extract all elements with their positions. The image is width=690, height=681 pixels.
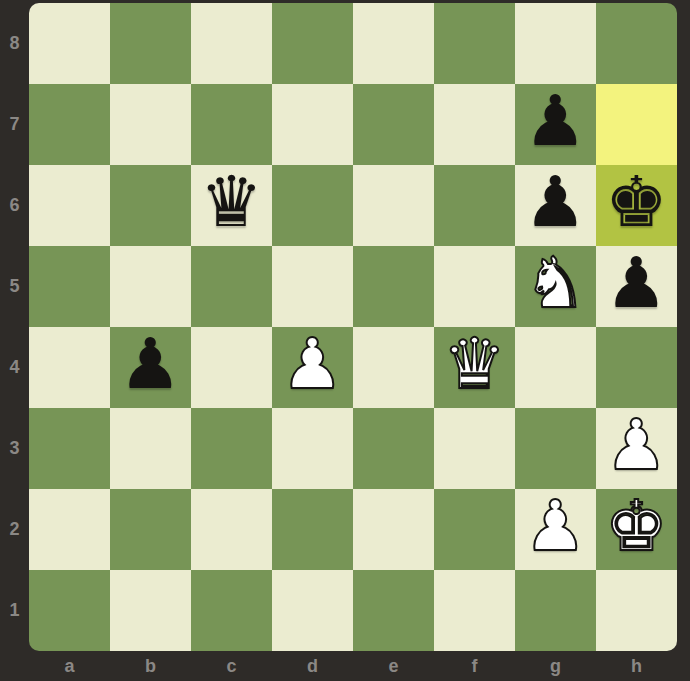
square-h1[interactable] <box>596 570 677 651</box>
file-label-h: h <box>631 656 642 677</box>
rank-labels: 87654321 <box>0 3 29 651</box>
square-b2[interactable] <box>110 489 191 570</box>
file-label-a: a <box>64 656 74 677</box>
square-a3[interactable] <box>29 408 110 489</box>
square-b5[interactable] <box>110 246 191 327</box>
square-f4[interactable]: ♛ <box>434 327 515 408</box>
file-label-d: d <box>307 656 318 677</box>
white-pawn-g2[interactable]: ♟ <box>524 486 587 567</box>
square-d5[interactable] <box>272 246 353 327</box>
square-c5[interactable] <box>191 246 272 327</box>
white-pawn-d4[interactable]: ♟ <box>281 324 344 405</box>
square-h6[interactable]: ♚ <box>596 165 677 246</box>
square-d4[interactable]: ♟ <box>272 327 353 408</box>
square-h2[interactable]: ♚ <box>596 489 677 570</box>
square-b8[interactable] <box>110 3 191 84</box>
square-f1[interactable] <box>434 570 515 651</box>
square-d1[interactable] <box>272 570 353 651</box>
square-h7[interactable] <box>596 84 677 165</box>
square-c6[interactable]: ♛ <box>191 165 272 246</box>
black-pawn-g7[interactable]: ♟ <box>524 81 587 162</box>
square-c8[interactable] <box>191 3 272 84</box>
black-pawn-h5[interactable]: ♟ <box>605 243 668 324</box>
rank-label-8: 8 <box>9 33 19 54</box>
rank-label-7: 7 <box>9 114 19 135</box>
file-labels: abcdefgh <box>29 651 677 681</box>
square-c2[interactable] <box>191 489 272 570</box>
square-a2[interactable] <box>29 489 110 570</box>
square-b6[interactable] <box>110 165 191 246</box>
square-g7[interactable]: ♟ <box>515 84 596 165</box>
square-d7[interactable] <box>272 84 353 165</box>
square-d6[interactable] <box>272 165 353 246</box>
square-d8[interactable] <box>272 3 353 84</box>
rank-label-1: 1 <box>9 600 19 621</box>
square-f2[interactable] <box>434 489 515 570</box>
black-pawn-b4[interactable]: ♟ <box>119 324 182 405</box>
square-b7[interactable] <box>110 84 191 165</box>
square-d3[interactable] <box>272 408 353 489</box>
square-g5[interactable]: ♞ <box>515 246 596 327</box>
square-a7[interactable] <box>29 84 110 165</box>
square-e2[interactable] <box>353 489 434 570</box>
rank-label-3: 3 <box>9 438 19 459</box>
white-pawn-h3[interactable]: ♟ <box>605 405 668 486</box>
square-f6[interactable] <box>434 165 515 246</box>
square-f5[interactable] <box>434 246 515 327</box>
square-a5[interactable] <box>29 246 110 327</box>
white-queen-f4[interactable]: ♛ <box>443 324 506 405</box>
black-queen-c6[interactable]: ♛ <box>200 162 263 243</box>
square-h5[interactable]: ♟ <box>596 246 677 327</box>
square-c4[interactable] <box>191 327 272 408</box>
square-e1[interactable] <box>353 570 434 651</box>
chess-board: ♟♛♟♚♞♟♟♟♛♟♟♚ <box>29 3 677 651</box>
rank-label-4: 4 <box>9 357 19 378</box>
file-label-g: g <box>550 656 561 677</box>
square-e6[interactable] <box>353 165 434 246</box>
square-g1[interactable] <box>515 570 596 651</box>
square-f7[interactable] <box>434 84 515 165</box>
square-e4[interactable] <box>353 327 434 408</box>
square-a6[interactable] <box>29 165 110 246</box>
file-label-c: c <box>226 656 236 677</box>
file-label-e: e <box>388 656 398 677</box>
rank-label-5: 5 <box>9 276 19 297</box>
square-f3[interactable] <box>434 408 515 489</box>
file-label-b: b <box>145 656 156 677</box>
square-c1[interactable] <box>191 570 272 651</box>
square-h8[interactable] <box>596 3 677 84</box>
square-a1[interactable] <box>29 570 110 651</box>
square-a8[interactable] <box>29 3 110 84</box>
square-e3[interactable] <box>353 408 434 489</box>
square-h3[interactable]: ♟ <box>596 408 677 489</box>
square-d2[interactable] <box>272 489 353 570</box>
square-e5[interactable] <box>353 246 434 327</box>
square-b3[interactable] <box>110 408 191 489</box>
square-b1[interactable] <box>110 570 191 651</box>
white-king-h2[interactable]: ♚ <box>605 486 668 567</box>
square-f8[interactable] <box>434 3 515 84</box>
white-knight-g5[interactable]: ♞ <box>524 243 587 324</box>
square-g4[interactable] <box>515 327 596 408</box>
square-g3[interactable] <box>515 408 596 489</box>
square-b4[interactable]: ♟ <box>110 327 191 408</box>
square-e8[interactable] <box>353 3 434 84</box>
square-c7[interactable] <box>191 84 272 165</box>
square-h4[interactable] <box>596 327 677 408</box>
square-a4[interactable] <box>29 327 110 408</box>
square-g6[interactable]: ♟ <box>515 165 596 246</box>
chessboard-panel: 87654321 ♟♛♟♚♞♟♟♟♛♟♟♚ abcdefgh <box>0 0 690 681</box>
square-g8[interactable] <box>515 3 596 84</box>
square-g2[interactable]: ♟ <box>515 489 596 570</box>
rank-label-6: 6 <box>9 195 19 216</box>
rank-label-2: 2 <box>9 519 19 540</box>
black-king-h6[interactable]: ♚ <box>605 162 668 243</box>
square-c3[interactable] <box>191 408 272 489</box>
black-pawn-g6[interactable]: ♟ <box>524 162 587 243</box>
file-label-f: f <box>472 656 478 677</box>
square-e7[interactable] <box>353 84 434 165</box>
